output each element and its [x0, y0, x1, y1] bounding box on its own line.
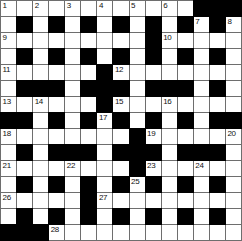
cell-r4c5[interactable]: [65, 49, 80, 64]
cell-r15c10[interactable]: [146, 225, 161, 240]
cell-r9c15[interactable]: 20: [226, 129, 241, 144]
black-cell-r14c4: [49, 209, 64, 224]
cell-r13c11[interactable]: [162, 193, 177, 208]
cell-r7c14[interactable]: [210, 97, 225, 112]
black-cell-r1c15: [226, 1, 241, 16]
cell-r4c3[interactable]: [33, 49, 48, 64]
black-cell-r4c14: [210, 49, 225, 64]
clue-number-24: 24: [195, 162, 203, 170]
cell-r13c7[interactable]: 27: [97, 193, 112, 208]
cell-r5c11[interactable]: [162, 65, 177, 80]
cell-r5c8[interactable]: 12: [113, 65, 128, 80]
black-cell-r10c9: [130, 145, 145, 160]
black-cell-r2c12: [178, 17, 193, 32]
cell-r13c2[interactable]: [17, 193, 32, 208]
black-cell-r10c13: [194, 145, 209, 160]
cell-r11c2[interactable]: [17, 161, 32, 176]
cell-r3c13[interactable]: [194, 33, 209, 48]
clue-number-27: 27: [99, 194, 107, 202]
cell-r9c2[interactable]: [17, 129, 32, 144]
cell-r9c13[interactable]: [194, 129, 209, 144]
black-cell-r12c14: [210, 177, 225, 192]
cell-r10c3[interactable]: [33, 145, 48, 160]
cell-r3c11[interactable]: 10: [162, 33, 177, 48]
black-cell-r8c1: [1, 113, 16, 128]
cell-r13c3[interactable]: [33, 193, 48, 208]
cell-r3c12[interactable]: [178, 33, 193, 48]
black-cell-r2c6: [81, 17, 96, 32]
black-cell-r1c13: [194, 1, 209, 16]
cell-r14c11[interactable]: [162, 209, 177, 224]
cell-r1c8[interactable]: [113, 1, 128, 16]
black-cell-r8c15: [226, 113, 241, 128]
black-cell-r2c4: [49, 17, 64, 32]
crossword-page: 1234567891011121314151617181920212223242…: [0, 0, 242, 241]
cell-r7c1[interactable]: 13: [1, 97, 16, 112]
cell-r5c10[interactable]: [146, 65, 161, 80]
cell-r2c1[interactable]: [1, 17, 16, 32]
cell-r2c5[interactable]: [65, 17, 80, 32]
clue-number-25: 25: [131, 178, 139, 186]
cell-r6c9[interactable]: [130, 81, 145, 96]
black-cell-r6c4: [49, 81, 64, 96]
cell-r4c7[interactable]: [97, 49, 112, 64]
cell-r2c3[interactable]: [33, 17, 48, 32]
cell-r2c7[interactable]: [97, 17, 112, 32]
cell-r15c7[interactable]: [97, 225, 112, 240]
black-cell-r11c9: [130, 161, 145, 176]
cell-r1c7[interactable]: 4: [97, 1, 112, 16]
black-cell-r5c7: [97, 65, 112, 80]
cell-r1c11[interactable]: 6: [162, 1, 177, 16]
black-cell-r6c2: [17, 81, 32, 96]
cell-r14c13[interactable]: [194, 209, 209, 224]
cell-r12c3[interactable]: [33, 177, 48, 192]
cell-r4c15[interactable]: [226, 49, 241, 64]
clue-number-5: 5: [131, 2, 135, 10]
cell-r14c9[interactable]: [130, 209, 145, 224]
black-cell-r12c6: [81, 177, 96, 192]
black-cell-r14c14: [210, 209, 225, 224]
cell-r3c4[interactable]: [49, 33, 64, 48]
cell-r1c2[interactable]: [17, 1, 32, 16]
cell-r7c5[interactable]: [65, 97, 80, 112]
black-cell-r10c6: [81, 145, 96, 160]
cell-r5c5[interactable]: [65, 65, 80, 80]
cell-r8c3[interactable]: [33, 113, 48, 128]
cell-r8c7[interactable]: 17: [97, 113, 112, 128]
cell-r9c6[interactable]: [81, 129, 96, 144]
cell-r3c6[interactable]: [81, 33, 96, 48]
cell-r13c5[interactable]: [65, 193, 80, 208]
black-cell-r8c2: [17, 113, 32, 128]
black-cell-r8c4: [49, 113, 64, 128]
cell-r15c4[interactable]: 28: [49, 225, 64, 240]
cell-r7c3[interactable]: 14: [33, 97, 48, 112]
cell-r2c11[interactable]: [162, 17, 177, 32]
cell-r3c1[interactable]: 9: [1, 33, 16, 48]
cell-r4c13[interactable]: [194, 49, 209, 64]
black-cell-r2c2: [17, 17, 32, 32]
clue-number-20: 20: [227, 130, 235, 138]
black-cell-r6c7: [97, 81, 112, 96]
black-cell-r14c10: [146, 209, 161, 224]
cell-r5c1[interactable]: 11: [1, 65, 16, 80]
cell-r15c5[interactable]: [65, 225, 80, 240]
cell-r14c5[interactable]: [65, 209, 80, 224]
cell-r3c15[interactable]: [226, 33, 241, 48]
cell-r15c12[interactable]: [178, 225, 193, 240]
cell-r12c9[interactable]: 25: [130, 177, 145, 192]
black-cell-r10c8: [113, 145, 128, 160]
black-cell-r10c4: [49, 145, 64, 160]
black-cell-r10c2: [17, 145, 32, 160]
cell-r5c14[interactable]: [210, 65, 225, 80]
clue-number-13: 13: [3, 98, 11, 106]
cell-r13c12[interactable]: [178, 193, 193, 208]
cell-r7c6[interactable]: [81, 97, 96, 112]
clue-number-15: 15: [115, 98, 123, 106]
cell-r9c14[interactable]: [210, 129, 225, 144]
cell-r9c3[interactable]: [33, 129, 48, 144]
cell-r11c11[interactable]: [162, 161, 177, 176]
clue-number-1: 1: [3, 2, 7, 10]
black-cell-r12c2: [17, 177, 32, 192]
cell-r7c10[interactable]: [146, 97, 161, 112]
cell-r13c1[interactable]: 26: [1, 193, 16, 208]
cell-r11c10[interactable]: 23: [146, 161, 161, 176]
clue-number-7: 7: [195, 18, 199, 26]
cell-r14c3[interactable]: [33, 209, 48, 224]
cell-r4c9[interactable]: [130, 49, 145, 64]
cell-r14c7[interactable]: [97, 209, 112, 224]
clue-number-8: 8: [227, 18, 231, 26]
cell-r5c3[interactable]: [33, 65, 48, 80]
clue-number-23: 23: [147, 162, 155, 170]
cell-r2c13[interactable]: 7: [194, 17, 209, 32]
cell-r5c2[interactable]: [17, 65, 32, 80]
cell-r11c8[interactable]: [113, 161, 128, 176]
clue-number-26: 26: [3, 194, 11, 202]
black-cell-r4c10: [146, 49, 161, 64]
cell-r10c15[interactable]: [226, 145, 241, 160]
black-cell-r4c4: [49, 49, 64, 64]
clue-number-19: 19: [147, 130, 155, 138]
cell-r15c6[interactable]: [81, 225, 96, 240]
cell-r10c11[interactable]: [162, 145, 177, 160]
black-cell-r8c14: [210, 113, 225, 128]
black-cell-r12c10: [146, 177, 161, 192]
black-cell-r14c2: [17, 209, 32, 224]
clue-number-21: 21: [3, 162, 11, 170]
black-cell-r15c3: [33, 225, 48, 240]
cell-r1c1[interactable]: 1: [1, 1, 16, 16]
black-cell-r15c1: [1, 225, 16, 240]
cell-r9c8[interactable]: [113, 129, 128, 144]
cell-r6c15[interactable]: [226, 81, 241, 96]
clue-number-2: 2: [35, 2, 39, 10]
cell-r4c1[interactable]: [1, 49, 16, 64]
black-cell-r4c6: [81, 49, 96, 64]
cell-r11c3[interactable]: [33, 161, 48, 176]
cell-r9c10[interactable]: 19: [146, 129, 161, 144]
crossword-grid: 1234567891011121314151617181920212223242…: [0, 0, 242, 241]
clue-number-14: 14: [35, 98, 43, 106]
clue-number-10: 10: [163, 34, 171, 42]
black-cell-r2c10: [146, 17, 161, 32]
cell-r11c12[interactable]: [178, 161, 193, 176]
cell-r9c7[interactable]: [97, 129, 112, 144]
cell-r6c13[interactable]: [194, 81, 209, 96]
cell-r1c12[interactable]: [178, 1, 193, 16]
black-cell-r10c14: [210, 145, 225, 160]
cell-r3c9[interactable]: [130, 33, 145, 48]
cell-r14c1[interactable]: [1, 209, 16, 224]
cell-r15c13[interactable]: [194, 225, 209, 240]
cell-r7c8[interactable]: 15: [113, 97, 128, 112]
clue-number-11: 11: [3, 66, 11, 74]
black-cell-r6c8: [113, 81, 128, 96]
cell-r2c15[interactable]: 8: [226, 17, 241, 32]
cell-r3c5[interactable]: [65, 33, 80, 48]
cell-r8c5[interactable]: [65, 113, 80, 128]
clue-number-22: 22: [67, 162, 75, 170]
black-cell-r2c14: [210, 17, 225, 32]
clue-number-17: 17: [99, 114, 107, 122]
cell-r12c11[interactable]: [162, 177, 177, 192]
cell-r2c9[interactable]: [130, 17, 145, 32]
cell-r13c9[interactable]: [130, 193, 145, 208]
cell-r10c7[interactable]: [97, 145, 112, 160]
cell-r5c15[interactable]: [226, 65, 241, 80]
black-cell-r7c7: [97, 97, 112, 112]
clue-number-4: 4: [99, 2, 103, 10]
cell-r3c8[interactable]: [113, 33, 128, 48]
black-cell-r10c12: [178, 145, 193, 160]
cell-r1c10[interactable]: [146, 1, 161, 16]
cell-r15c14[interactable]: [210, 225, 225, 240]
cell-r1c5[interactable]: 3: [65, 1, 80, 16]
cell-r15c15[interactable]: [226, 225, 241, 240]
cell-r11c13[interactable]: 24: [194, 161, 209, 176]
black-cell-r6c11: [162, 81, 177, 96]
cell-r12c15[interactable]: [226, 177, 241, 192]
cell-r13c4[interactable]: [49, 193, 64, 208]
black-cell-r12c4: [49, 177, 64, 192]
clue-number-18: 18: [3, 130, 11, 138]
cell-r12c7[interactable]: [97, 177, 112, 192]
cell-r3c14[interactable]: [210, 33, 225, 48]
cell-r1c4[interactable]: [49, 1, 64, 16]
cell-r11c15[interactable]: [226, 161, 241, 176]
black-cell-r9c9: [130, 129, 145, 144]
black-cell-r10c5: [65, 145, 80, 160]
black-cell-r6c12: [178, 81, 193, 96]
cell-r15c8[interactable]: [113, 225, 128, 240]
cell-r9c11[interactable]: [162, 129, 177, 144]
cell-r3c7[interactable]: [97, 33, 112, 48]
cell-r5c4[interactable]: [49, 65, 64, 80]
cell-r3c3[interactable]: [33, 33, 48, 48]
cell-r5c6[interactable]: [81, 65, 96, 80]
black-cell-r12c8: [113, 177, 128, 192]
black-cell-r8c10: [146, 113, 161, 128]
cell-r9c1[interactable]: 18: [1, 129, 16, 144]
cell-r5c9[interactable]: [130, 65, 145, 80]
cell-r7c4[interactable]: [49, 97, 64, 112]
black-cell-r6c6: [81, 81, 96, 96]
black-cell-r8c12: [178, 113, 193, 128]
cell-r9c12[interactable]: [178, 129, 193, 144]
cell-r6c5[interactable]: [65, 81, 80, 96]
cell-r13c10[interactable]: [146, 193, 161, 208]
cell-r13c14[interactable]: [210, 193, 225, 208]
cell-r7c2[interactable]: [17, 97, 32, 112]
cell-r12c1[interactable]: [1, 177, 16, 192]
cell-r11c5[interactable]: 22: [65, 161, 80, 176]
cell-r8c13[interactable]: [194, 113, 209, 128]
cell-r13c8[interactable]: [113, 193, 128, 208]
cell-r8c9[interactable]: [130, 113, 145, 128]
cell-r1c3[interactable]: 2: [33, 1, 48, 16]
cell-r11c7[interactable]: [97, 161, 112, 176]
black-cell-r4c2: [17, 49, 32, 64]
black-cell-r4c12: [178, 49, 193, 64]
clue-number-6: 6: [163, 2, 167, 10]
black-cell-r1c14: [210, 1, 225, 16]
black-cell-r14c6: [81, 209, 96, 224]
cell-r6c1[interactable]: [1, 81, 16, 96]
black-cell-r6c10: [146, 81, 161, 96]
cell-r11c6[interactable]: [81, 161, 96, 176]
clue-number-28: 28: [51, 226, 59, 234]
cell-r5c12[interactable]: [178, 65, 193, 80]
cell-r15c9[interactable]: [130, 225, 145, 240]
cell-r7c9[interactable]: [130, 97, 145, 112]
black-cell-r14c8: [113, 209, 128, 224]
clue-number-12: 12: [115, 66, 123, 74]
cell-r1c6[interactable]: [81, 1, 96, 16]
cell-r8c11[interactable]: [162, 113, 177, 128]
black-cell-r14c12: [178, 209, 193, 224]
cell-r9c5[interactable]: [65, 129, 80, 144]
cell-r15c11[interactable]: [162, 225, 177, 240]
cell-r11c14[interactable]: [210, 161, 225, 176]
cell-r12c5[interactable]: [65, 177, 80, 192]
cell-r14c15[interactable]: [226, 209, 241, 224]
black-cell-r4c8: [113, 49, 128, 64]
cell-r1c9[interactable]: 5: [130, 1, 145, 16]
clue-number-16: 16: [163, 98, 171, 106]
black-cell-r15c2: [17, 225, 32, 240]
clue-number-9: 9: [3, 34, 7, 42]
cell-r3c2[interactable]: [17, 33, 32, 48]
black-cell-r12c12: [178, 177, 193, 192]
cell-r4c11[interactable]: [162, 49, 177, 64]
black-cell-r10c10: [146, 145, 161, 160]
cell-r13c13[interactable]: [194, 193, 209, 208]
cell-r13c15[interactable]: [226, 193, 241, 208]
cell-r5c13[interactable]: [194, 65, 209, 80]
black-cell-r13c6: [81, 193, 96, 208]
black-cell-r6c3: [33, 81, 48, 96]
black-cell-r6c14: [210, 81, 225, 96]
black-cell-r2c8: [113, 17, 128, 32]
cell-r12c13[interactable]: [194, 177, 209, 192]
cell-r11c1[interactable]: 21: [1, 161, 16, 176]
cell-r9c4[interactable]: [49, 129, 64, 144]
cell-r11c4[interactable]: [49, 161, 64, 176]
cell-r7c15[interactable]: [226, 97, 241, 112]
black-cell-r3c10: [146, 33, 161, 48]
cell-r7c11[interactable]: 16: [162, 97, 177, 112]
cell-r7c13[interactable]: [194, 97, 209, 112]
clue-number-3: 3: [67, 2, 71, 10]
cell-r10c1[interactable]: [1, 145, 16, 160]
cell-r7c12[interactable]: [178, 97, 193, 112]
black-cell-r8c6: [81, 113, 96, 128]
black-cell-r8c8: [113, 113, 128, 128]
